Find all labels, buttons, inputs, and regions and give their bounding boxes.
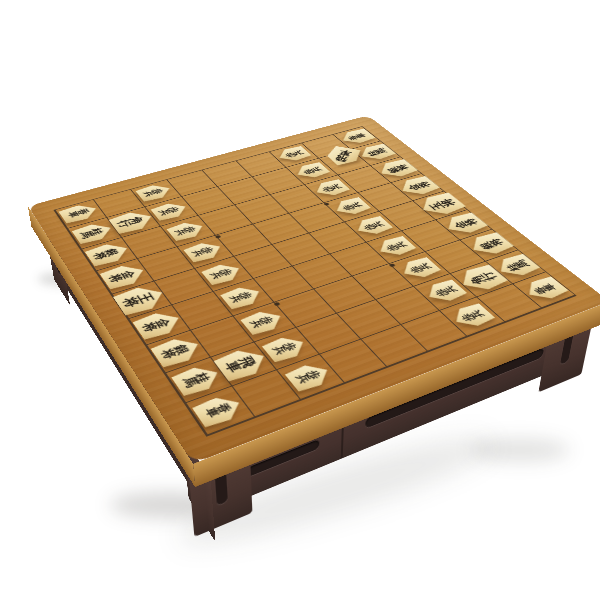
piece-face: [183, 240, 227, 264]
shogi-piece-pawn[interactable]: 歩兵: [135, 182, 175, 202]
shogi-piece-silver[interactable]: 銀将: [84, 240, 133, 268]
shogi-piece-pawn[interactable]: 歩兵: [183, 240, 227, 264]
shogi-piece-pawn[interactable]: 歩兵: [274, 145, 312, 163]
shogi-piece-pawn[interactable]: 歩兵: [219, 284, 265, 311]
pieces-layer: 香車桂馬銀将金将王将金将銀将桂馬香車角行飛車歩兵歩兵歩兵歩兵歩兵歩兵歩兵歩兵歩兵…: [27, 114, 600, 462]
shogi-piece-silver[interactable]: 銀将: [374, 158, 420, 180]
shogi-piece-knight[interactable]: 桂馬: [491, 253, 541, 280]
shogi-piece-pawn[interactable]: 歩兵: [201, 261, 246, 286]
piece-kanji: 金将: [107, 270, 135, 284]
shogi-piece-pawn[interactable]: 歩兵: [447, 302, 496, 330]
shogi-piece-silver[interactable]: 銀将: [464, 231, 515, 258]
shogi-piece-pawn[interactable]: 歩兵: [310, 178, 351, 198]
shogi-piece-bishop[interactable]: 角行: [453, 263, 510, 294]
shogi-piece-gold[interactable]: 金将: [439, 212, 489, 237]
shogi-piece-knight[interactable]: 桂馬: [355, 143, 397, 162]
piece-face: [310, 178, 351, 198]
shogi-piece-gold[interactable]: 金将: [131, 308, 185, 341]
piece-face: [464, 231, 515, 258]
shogi-piece-pawn[interactable]: 歩兵: [373, 235, 417, 259]
piece-face: [373, 235, 417, 259]
piece-face: [396, 256, 442, 281]
shogi-piece-knight[interactable]: 桂馬: [71, 221, 116, 245]
piece-kanji: 歩兵: [385, 240, 409, 251]
shogi-piece-bishop[interactable]: 角行: [108, 209, 158, 236]
shogi-piece-pawn[interactable]: 歩兵: [330, 196, 372, 217]
shogi-piece-pawn[interactable]: 歩兵: [240, 308, 288, 337]
shogi-piece-silver[interactable]: 銀将: [149, 334, 205, 369]
shogi-piece-lance[interactable]: 香車: [58, 202, 101, 224]
shogi-product-photo: 香車桂馬銀将金将王将金将銀将桂馬香車角行飛車歩兵歩兵歩兵歩兵歩兵歩兵歩兵歩兵歩兵…: [0, 0, 600, 600]
shogi-piece-lance[interactable]: 香車: [519, 275, 569, 303]
shogi-piece-pawn[interactable]: 歩兵: [284, 360, 336, 393]
shogi-piece-pawn[interactable]: 歩兵: [351, 215, 394, 237]
shogi-piece-lance[interactable]: 香車: [337, 128, 377, 146]
shogi-piece-pawn[interactable]: 歩兵: [150, 200, 191, 221]
shogi-piece-pawn[interactable]: 歩兵: [261, 333, 311, 364]
shogi-piece-pawn[interactable]: 歩兵: [166, 219, 208, 242]
shogi-piece-rook[interactable]: 飛車: [212, 345, 273, 383]
shogi-piece-lance[interactable]: 香車: [191, 392, 247, 429]
floor-shadow-right-leg: [470, 438, 570, 462]
shogi-piece-pawn[interactable]: 歩兵: [292, 161, 331, 180]
shogi-piece-pawn[interactable]: 歩兵: [396, 256, 442, 281]
